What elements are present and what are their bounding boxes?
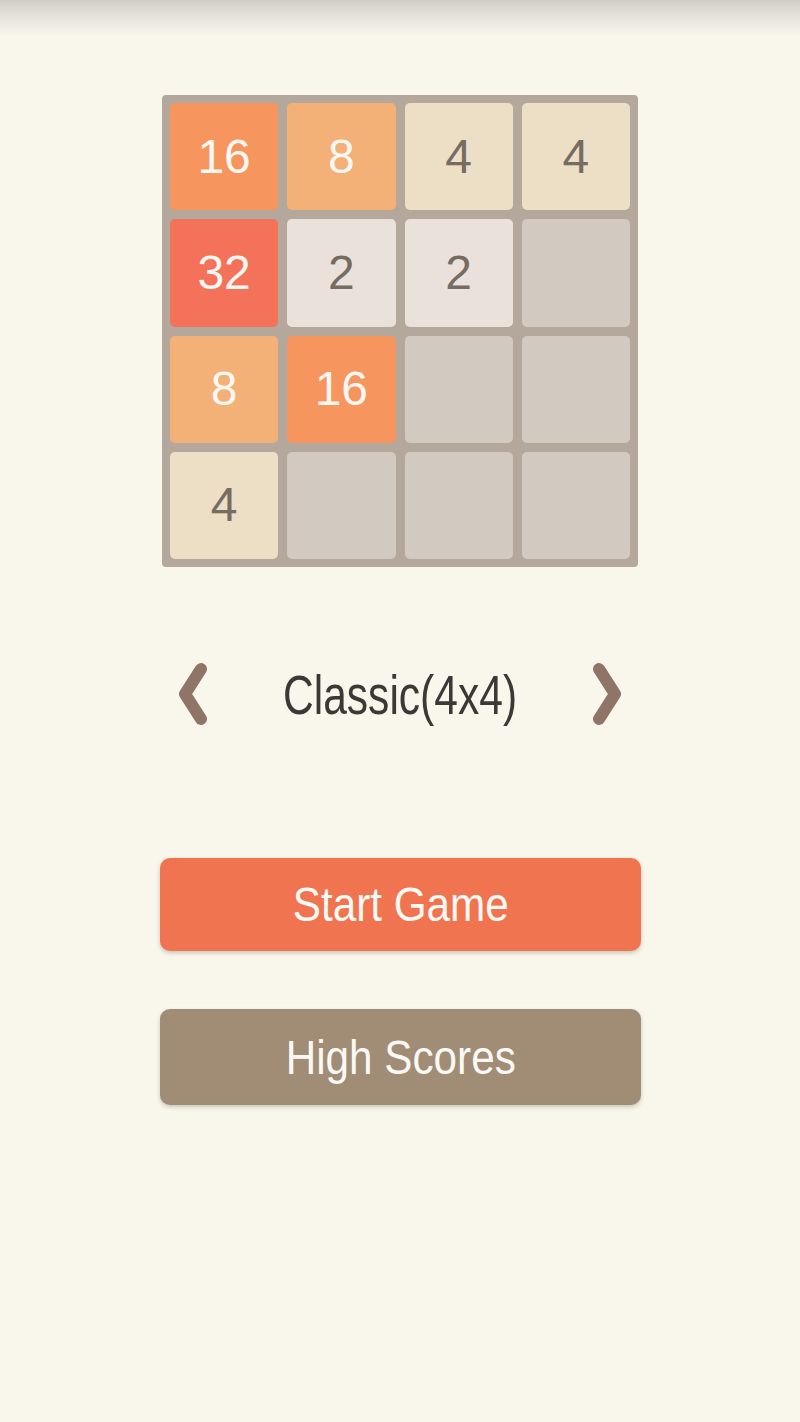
statusbar-shadow (0, 0, 800, 36)
prev-mode-button[interactable] (160, 652, 224, 736)
tile-32: 32 (170, 219, 278, 326)
screen: 1684432228164 Classic(4x4) Start Game Hi… (0, 0, 800, 1422)
empty-cell (405, 336, 513, 443)
tile-2: 2 (287, 219, 395, 326)
start-game-button[interactable]: Start Game (160, 858, 641, 951)
tile-16: 16 (170, 103, 278, 210)
tile-4: 4 (522, 103, 630, 210)
empty-cell (522, 452, 630, 559)
empty-cell (522, 336, 630, 443)
high-scores-label: High Scores (285, 1030, 515, 1085)
tile-4: 4 (170, 452, 278, 559)
chevron-right-icon (588, 662, 628, 726)
start-game-label: Start Game (293, 877, 509, 932)
mode-label: Classic(4x4) (283, 662, 517, 727)
next-mode-button[interactable] (576, 652, 640, 736)
tile-16: 16 (287, 336, 395, 443)
board-grid: 1684432228164 (162, 95, 638, 567)
empty-cell (405, 452, 513, 559)
tile-8: 8 (170, 336, 278, 443)
tile-2: 2 (405, 219, 513, 326)
mode-selector: Classic(4x4) (160, 652, 640, 736)
high-scores-button[interactable]: High Scores (160, 1009, 641, 1105)
empty-cell (287, 452, 395, 559)
tile-4: 4 (405, 103, 513, 210)
tile-8: 8 (287, 103, 395, 210)
empty-cell (522, 219, 630, 326)
chevron-left-icon (172, 662, 212, 726)
